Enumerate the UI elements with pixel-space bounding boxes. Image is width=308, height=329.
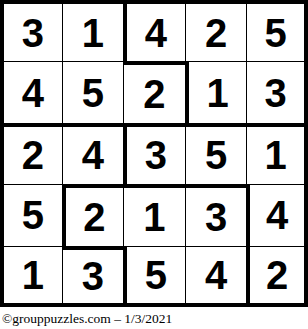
- cell-r3c5: 1: [246, 123, 308, 184]
- cell-r1c2: 1: [62, 0, 124, 61]
- puzzle-image: 3 1 4 2 5 4 5 2 1 3 2 4 3 5 1 5 2 1 3 4 …: [0, 0, 308, 329]
- cell-r4c1: 5: [0, 184, 62, 245]
- cell-r4c2: 2: [62, 184, 124, 245]
- cell-r2c2: 5: [62, 61, 124, 122]
- cell-r4c4: 3: [185, 184, 247, 245]
- cell-r5c1: 1: [0, 246, 62, 307]
- cell-r1c3: 4: [123, 0, 185, 61]
- cell-r3c4: 5: [185, 123, 247, 184]
- cell-r5c5: 2: [246, 246, 308, 307]
- cell-r3c1: 2: [0, 123, 62, 184]
- cell-r1c1: 3: [0, 0, 62, 61]
- cell-r5c2: 3: [62, 246, 124, 307]
- cell-r1c4: 2: [185, 0, 247, 61]
- cell-r4c3: 1: [123, 184, 185, 245]
- cell-r2c5: 3: [246, 61, 308, 122]
- copyright-text: ©grouppuzzles.com – 1/3/2021: [2, 309, 306, 329]
- cell-r3c2: 4: [62, 123, 124, 184]
- cell-r2c1: 4: [0, 61, 62, 122]
- cell-r5c3: 5: [123, 246, 185, 307]
- cell-r4c5: 4: [246, 184, 308, 245]
- cell-r5c4: 4: [185, 246, 247, 307]
- cell-r2c4: 1: [185, 61, 247, 122]
- cell-r3c3: 3: [123, 123, 185, 184]
- sudoku-board: 3 1 4 2 5 4 5 2 1 3 2 4 3 5 1 5 2 1 3 4 …: [0, 0, 308, 307]
- cell-r1c5: 5: [246, 0, 308, 61]
- cell-r2c3: 2: [123, 61, 185, 122]
